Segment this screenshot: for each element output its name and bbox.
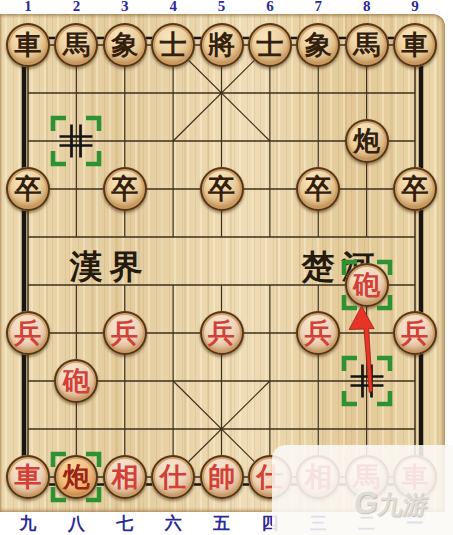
watermark-overlay: G九游 xyxy=(272,445,453,535)
file-label-top: 4 xyxy=(163,0,183,14)
piece-black-chariot[interactable]: 車 xyxy=(393,23,437,67)
piece-red-general[interactable]: 帥 xyxy=(200,455,244,499)
piece-red-soldier[interactable]: 兵 xyxy=(296,311,340,355)
piece-red-soldier[interactable]: 兵 xyxy=(200,311,244,355)
file-label-top: 7 xyxy=(308,0,328,14)
piece-black-advisor[interactable]: 士 xyxy=(248,23,292,67)
piece-red-cannon[interactable]: 砲 xyxy=(345,263,389,307)
file-label-top: 9 xyxy=(405,0,425,14)
piece-red-advisor[interactable]: 仕 xyxy=(151,455,195,499)
watermark-text: 九游 xyxy=(376,491,430,518)
piece-red-soldier[interactable]: 兵 xyxy=(393,311,437,355)
piece-black-soldier[interactable]: 卒 xyxy=(103,167,147,211)
piece-black-elephant[interactable]: 象 xyxy=(103,23,147,67)
river-character: 漢 xyxy=(68,245,104,290)
piece-red-chariot[interactable]: 車 xyxy=(6,455,50,499)
piece-red-elephant[interactable]: 相 xyxy=(103,455,147,499)
piece-black-advisor[interactable]: 士 xyxy=(151,23,195,67)
file-label-top: 8 xyxy=(357,0,377,14)
watermark-logo: G九游 xyxy=(351,485,430,521)
file-label-bottom: 八 xyxy=(64,513,88,534)
river-character: 楚 xyxy=(300,245,336,290)
file-label-bottom: 六 xyxy=(161,513,185,534)
file-label-bottom: 七 xyxy=(113,513,137,534)
xiangqi-app-screenshot: 123456789 漢界楚河 車馬象士將士象馬車炮卒卒卒卒卒砲兵兵兵兵兵砲車炮相… xyxy=(0,0,453,535)
top-coordinate-strip: 123456789 xyxy=(0,0,453,14)
file-label-top: 1 xyxy=(18,0,38,14)
piece-black-soldier[interactable]: 卒 xyxy=(200,167,244,211)
file-label-top: 6 xyxy=(260,0,280,14)
river-character: 界 xyxy=(108,245,144,290)
piece-black-general[interactable]: 將 xyxy=(200,23,244,67)
piece-red-soldier[interactable]: 兵 xyxy=(6,311,50,355)
piece-black-soldier[interactable]: 卒 xyxy=(296,167,340,211)
piece-black-horse[interactable]: 馬 xyxy=(345,23,389,67)
file-label-top: 5 xyxy=(212,0,232,14)
piece-black-soldier[interactable]: 卒 xyxy=(393,167,437,211)
piece-red-soldier[interactable]: 兵 xyxy=(103,311,147,355)
piece-black-soldier[interactable]: 卒 xyxy=(6,167,50,211)
file-label-bottom: 九 xyxy=(16,513,40,534)
piece-black-elephant[interactable]: 象 xyxy=(296,23,340,67)
piece-black-chariot[interactable]: 車 xyxy=(6,23,50,67)
file-label-top: 2 xyxy=(66,0,86,14)
file-label-bottom: 五 xyxy=(210,513,234,534)
file-label-top: 3 xyxy=(115,0,135,14)
piece-black-cannon[interactable]: 炮 xyxy=(345,119,389,163)
